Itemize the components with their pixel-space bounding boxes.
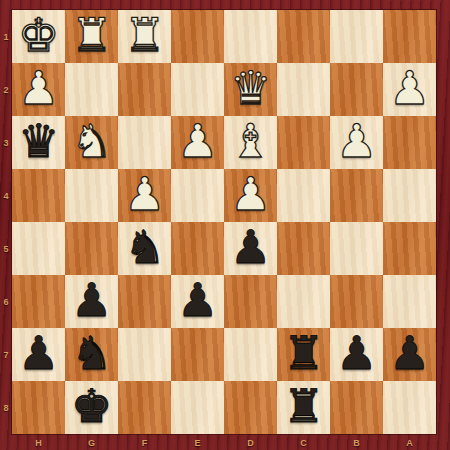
square-a1[interactable] xyxy=(383,10,436,63)
piece-white-pawn[interactable]: ♟ xyxy=(230,171,271,217)
square-b3[interactable]: ♟ xyxy=(330,116,383,169)
square-b6[interactable] xyxy=(330,275,383,328)
square-b4[interactable] xyxy=(330,169,383,222)
square-g3[interactable]: ♞ xyxy=(65,116,118,169)
rank-label-1: 1 xyxy=(0,10,12,63)
file-label-e: E xyxy=(171,436,224,449)
square-c5[interactable] xyxy=(277,222,330,275)
square-f2[interactable] xyxy=(118,63,171,116)
piece-black-king[interactable]: ♚ xyxy=(71,383,112,429)
rank-label-7: 7 xyxy=(0,328,12,381)
square-g7[interactable]: ♞ xyxy=(65,328,118,381)
square-h8[interactable] xyxy=(12,381,65,434)
file-label-a: A xyxy=(383,436,436,449)
rank-label-4: 4 xyxy=(0,169,12,222)
square-e7[interactable] xyxy=(171,328,224,381)
piece-white-pawn[interactable]: ♟ xyxy=(177,118,218,164)
file-label-c: C xyxy=(277,436,330,449)
square-a7[interactable]: ♟ xyxy=(383,328,436,381)
square-a2[interactable]: ♟ xyxy=(383,63,436,116)
square-a4[interactable] xyxy=(383,169,436,222)
square-b5[interactable] xyxy=(330,222,383,275)
square-b8[interactable] xyxy=(330,381,383,434)
piece-black-knight[interactable]: ♞ xyxy=(71,330,112,376)
square-f6[interactable] xyxy=(118,275,171,328)
square-b2[interactable] xyxy=(330,63,383,116)
square-e6[interactable]: ♟ xyxy=(171,275,224,328)
square-h2[interactable]: ♟ xyxy=(12,63,65,116)
square-f5[interactable]: ♞ xyxy=(118,222,171,275)
square-d1[interactable] xyxy=(224,10,277,63)
square-g4[interactable] xyxy=(65,169,118,222)
square-e1[interactable] xyxy=(171,10,224,63)
piece-white-queen[interactable]: ♛ xyxy=(230,65,271,111)
square-a8[interactable] xyxy=(383,381,436,434)
square-h7[interactable]: ♟ xyxy=(12,328,65,381)
piece-black-rook[interactable]: ♜ xyxy=(283,383,324,429)
piece-black-pawn[interactable]: ♟ xyxy=(177,277,218,323)
square-c2[interactable] xyxy=(277,63,330,116)
square-d4[interactable]: ♟ xyxy=(224,169,277,222)
file-label-h: H xyxy=(12,436,65,449)
piece-black-pawn[interactable]: ♟ xyxy=(230,224,271,270)
square-d8[interactable] xyxy=(224,381,277,434)
piece-black-knight[interactable]: ♞ xyxy=(124,224,165,270)
piece-black-queen[interactable]: ♛ xyxy=(18,118,59,164)
square-f3[interactable] xyxy=(118,116,171,169)
square-d5[interactable]: ♟ xyxy=(224,222,277,275)
piece-white-bishop[interactable]: ♝ xyxy=(230,118,271,164)
square-d7[interactable] xyxy=(224,328,277,381)
square-c6[interactable] xyxy=(277,275,330,328)
square-d6[interactable] xyxy=(224,275,277,328)
piece-white-knight[interactable]: ♞ xyxy=(71,118,112,164)
square-e5[interactable] xyxy=(171,222,224,275)
square-g6[interactable]: ♟ xyxy=(65,275,118,328)
square-e8[interactable] xyxy=(171,381,224,434)
square-f7[interactable] xyxy=(118,328,171,381)
piece-white-rook[interactable]: ♜ xyxy=(71,12,112,58)
piece-white-pawn[interactable]: ♟ xyxy=(389,65,430,111)
square-h3[interactable]: ♛ xyxy=(12,116,65,169)
piece-white-king[interactable]: ♚ xyxy=(18,12,59,58)
piece-black-pawn[interactable]: ♟ xyxy=(18,330,59,376)
piece-black-pawn[interactable]: ♟ xyxy=(336,330,377,376)
square-b1[interactable] xyxy=(330,10,383,63)
square-c7[interactable]: ♜ xyxy=(277,328,330,381)
square-e2[interactable] xyxy=(171,63,224,116)
square-e3[interactable]: ♟ xyxy=(171,116,224,169)
board: ♚♜♜♟♛♟♛♞♟♝♟♟♟♞♟♟♟♟♞♜♟♟♚♜ xyxy=(12,10,436,434)
rank-label-6: 6 xyxy=(0,275,12,328)
square-h5[interactable] xyxy=(12,222,65,275)
board-frame: ♚♜♜♟♛♟♛♞♟♝♟♟♟♞♟♟♟♟♞♜♟♟♚♜ 12345678HGFEDCB… xyxy=(0,0,450,450)
rank-label-5: 5 xyxy=(0,222,12,275)
square-c3[interactable] xyxy=(277,116,330,169)
square-a5[interactable] xyxy=(383,222,436,275)
rank-label-8: 8 xyxy=(0,381,12,434)
square-g5[interactable] xyxy=(65,222,118,275)
piece-white-pawn[interactable]: ♟ xyxy=(336,118,377,164)
square-h4[interactable] xyxy=(12,169,65,222)
piece-black-pawn[interactable]: ♟ xyxy=(389,330,430,376)
piece-black-pawn[interactable]: ♟ xyxy=(71,277,112,323)
square-g8[interactable]: ♚ xyxy=(65,381,118,434)
file-label-f: F xyxy=(118,436,171,449)
square-f1[interactable]: ♜ xyxy=(118,10,171,63)
square-g2[interactable] xyxy=(65,63,118,116)
square-f4[interactable]: ♟ xyxy=(118,169,171,222)
square-h1[interactable]: ♚ xyxy=(12,10,65,63)
square-e4[interactable] xyxy=(171,169,224,222)
square-a3[interactable] xyxy=(383,116,436,169)
square-d3[interactable]: ♝ xyxy=(224,116,277,169)
square-a6[interactable] xyxy=(383,275,436,328)
square-f8[interactable] xyxy=(118,381,171,434)
square-h6[interactable] xyxy=(12,275,65,328)
file-label-b: B xyxy=(330,436,383,449)
square-d2[interactable]: ♛ xyxy=(224,63,277,116)
square-c8[interactable]: ♜ xyxy=(277,381,330,434)
piece-black-rook[interactable]: ♜ xyxy=(283,330,324,376)
piece-white-rook[interactable]: ♜ xyxy=(124,12,165,58)
square-g1[interactable]: ♜ xyxy=(65,10,118,63)
rank-label-2: 2 xyxy=(0,63,12,116)
file-label-d: D xyxy=(224,436,277,449)
file-label-g: G xyxy=(65,436,118,449)
square-c1[interactable] xyxy=(277,10,330,63)
rank-label-3: 3 xyxy=(0,116,12,169)
piece-white-pawn[interactable]: ♟ xyxy=(18,65,59,111)
piece-white-pawn[interactable]: ♟ xyxy=(124,171,165,217)
square-c4[interactable] xyxy=(277,169,330,222)
square-b7[interactable]: ♟ xyxy=(330,328,383,381)
